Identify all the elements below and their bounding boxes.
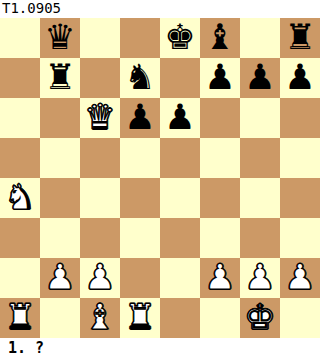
square-g6[interactable] bbox=[240, 98, 280, 138]
black-queen-b8: ♛ bbox=[44, 17, 75, 57]
square-e5[interactable] bbox=[160, 138, 200, 178]
black-pawn-h7: ♟ bbox=[284, 57, 315, 97]
black-pawn-e6: ♟ bbox=[164, 97, 195, 137]
square-f2[interactable]: ♟ bbox=[200, 258, 240, 298]
square-h2[interactable]: ♟ bbox=[280, 258, 320, 298]
square-h5[interactable] bbox=[280, 138, 320, 178]
black-rook-b7: ♜ bbox=[44, 57, 75, 97]
square-a1[interactable]: ♜ bbox=[0, 298, 40, 338]
square-f1[interactable] bbox=[200, 298, 240, 338]
white-bishop-c1: ♝ bbox=[84, 297, 115, 337]
white-rook-a1: ♜ bbox=[4, 297, 35, 337]
white-pawn-b2: ♟ bbox=[44, 257, 75, 297]
white-king-g1: ♚ bbox=[244, 297, 275, 337]
square-d2[interactable] bbox=[120, 258, 160, 298]
square-e3[interactable] bbox=[160, 218, 200, 258]
square-h1[interactable] bbox=[280, 298, 320, 338]
square-b7[interactable]: ♜ bbox=[40, 58, 80, 98]
square-d1[interactable]: ♜ bbox=[120, 298, 160, 338]
black-pawn-f7: ♟ bbox=[204, 57, 235, 97]
square-e8[interactable]: ♚ bbox=[160, 18, 200, 58]
square-b2[interactable]: ♟ bbox=[40, 258, 80, 298]
white-pawn-h2: ♟ bbox=[284, 257, 315, 297]
square-a5[interactable] bbox=[0, 138, 40, 178]
black-pawn-g7: ♟ bbox=[244, 57, 275, 97]
square-e6[interactable]: ♟ bbox=[160, 98, 200, 138]
square-b6[interactable] bbox=[40, 98, 80, 138]
square-g4[interactable] bbox=[240, 178, 280, 218]
square-c2[interactable]: ♟ bbox=[80, 258, 120, 298]
square-h7[interactable]: ♟ bbox=[280, 58, 320, 98]
square-d6[interactable]: ♟ bbox=[120, 98, 160, 138]
white-pawn-c2: ♟ bbox=[84, 257, 115, 297]
white-queen-c6: ♛ bbox=[84, 97, 115, 137]
square-c7[interactable] bbox=[80, 58, 120, 98]
square-g5[interactable] bbox=[240, 138, 280, 178]
square-f8[interactable]: ♝ bbox=[200, 18, 240, 58]
square-f7[interactable]: ♟ bbox=[200, 58, 240, 98]
square-e2[interactable] bbox=[160, 258, 200, 298]
square-d8[interactable] bbox=[120, 18, 160, 58]
square-e4[interactable] bbox=[160, 178, 200, 218]
square-d3[interactable] bbox=[120, 218, 160, 258]
square-a2[interactable] bbox=[0, 258, 40, 298]
square-b4[interactable] bbox=[40, 178, 80, 218]
square-g8[interactable] bbox=[240, 18, 280, 58]
white-rook-d1: ♜ bbox=[124, 297, 155, 337]
square-a8[interactable] bbox=[0, 18, 40, 58]
square-g7[interactable]: ♟ bbox=[240, 58, 280, 98]
square-b3[interactable] bbox=[40, 218, 80, 258]
square-h3[interactable] bbox=[280, 218, 320, 258]
black-rook-h8: ♜ bbox=[284, 17, 315, 57]
square-b8[interactable]: ♛ bbox=[40, 18, 80, 58]
square-f6[interactable] bbox=[200, 98, 240, 138]
square-h6[interactable] bbox=[280, 98, 320, 138]
black-pawn-d6: ♟ bbox=[124, 97, 155, 137]
square-c5[interactable] bbox=[80, 138, 120, 178]
square-a4[interactable]: ♞ bbox=[0, 178, 40, 218]
move-prompt: 1. ? bbox=[0, 338, 320, 360]
white-pawn-f2: ♟ bbox=[204, 257, 235, 297]
square-f3[interactable] bbox=[200, 218, 240, 258]
square-g1[interactable]: ♚ bbox=[240, 298, 280, 338]
puzzle-title: T1.0905 bbox=[0, 0, 320, 18]
chess-board: ♛♚♝♜♜♞♟♟♟♛♟♟♞♟♟♟♟♟♜♝♜♚ bbox=[0, 18, 320, 338]
black-knight-d7: ♞ bbox=[124, 57, 155, 97]
white-pawn-g2: ♟ bbox=[244, 257, 275, 297]
square-g2[interactable]: ♟ bbox=[240, 258, 280, 298]
black-bishop-f8: ♝ bbox=[204, 17, 235, 57]
square-d7[interactable]: ♞ bbox=[120, 58, 160, 98]
square-c4[interactable] bbox=[80, 178, 120, 218]
square-g3[interactable] bbox=[240, 218, 280, 258]
chess-app-window: T1.0905 ♛♚♝♜♜♞♟♟♟♛♟♟♞♟♟♟♟♟♜♝♜♚ 1. ? bbox=[0, 0, 320, 360]
square-d4[interactable] bbox=[120, 178, 160, 218]
square-c1[interactable]: ♝ bbox=[80, 298, 120, 338]
square-h8[interactable]: ♜ bbox=[280, 18, 320, 58]
square-a6[interactable] bbox=[0, 98, 40, 138]
square-b1[interactable] bbox=[40, 298, 80, 338]
square-f5[interactable] bbox=[200, 138, 240, 178]
square-e1[interactable] bbox=[160, 298, 200, 338]
square-a7[interactable] bbox=[0, 58, 40, 98]
square-b5[interactable] bbox=[40, 138, 80, 178]
square-c8[interactable] bbox=[80, 18, 120, 58]
square-a3[interactable] bbox=[0, 218, 40, 258]
square-d5[interactable] bbox=[120, 138, 160, 178]
black-king-e8: ♚ bbox=[164, 17, 195, 57]
white-knight-a4: ♞ bbox=[4, 177, 35, 217]
square-f4[interactable] bbox=[200, 178, 240, 218]
square-e7[interactable] bbox=[160, 58, 200, 98]
square-c6[interactable]: ♛ bbox=[80, 98, 120, 138]
square-h4[interactable] bbox=[280, 178, 320, 218]
square-c3[interactable] bbox=[80, 218, 120, 258]
